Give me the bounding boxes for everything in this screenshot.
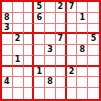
cell-r6c6-empty[interactable] — [56, 56, 67, 67]
cell-r1c1-empty[interactable] — [2, 2, 13, 13]
cell-r6c8-empty[interactable] — [77, 56, 88, 67]
cell-r2c3-empty[interactable] — [24, 13, 35, 24]
cell-r2c7-empty[interactable] — [67, 13, 78, 24]
cell-r8c7-empty[interactable] — [67, 77, 78, 88]
cell-r5c2-empty[interactable] — [13, 45, 24, 56]
cell-r8c4-empty[interactable] — [34, 77, 45, 88]
cell-r5c6-empty[interactable] — [56, 45, 67, 56]
cell-r3c8-empty[interactable] — [77, 24, 88, 35]
cell-r1c5-empty[interactable] — [45, 2, 56, 13]
cell-r4c1-empty[interactable] — [2, 34, 13, 45]
cell-r2c9-empty[interactable] — [88, 13, 99, 24]
cell-r4c9-given[interactable]: 5 — [88, 34, 99, 45]
cell-r3c5-empty[interactable] — [45, 24, 56, 35]
cell-r6c5-empty[interactable] — [45, 56, 56, 67]
cell-r5c9-empty[interactable] — [88, 45, 99, 56]
cell-r1c6-given[interactable]: 2 — [56, 2, 67, 13]
cell-r9c1-empty[interactable] — [2, 88, 13, 99]
cell-r7c5-empty[interactable] — [45, 67, 56, 78]
cell-r3c1-given[interactable]: 3 — [2, 24, 13, 35]
cell-r3c6-empty[interactable] — [56, 24, 67, 35]
cell-r7c6-empty[interactable] — [56, 67, 67, 78]
cell-r7c7-given[interactable]: 2 — [67, 67, 78, 78]
cell-r4c2-given[interactable]: 2 — [13, 34, 24, 45]
cell-r5c7-empty[interactable] — [67, 45, 78, 56]
cell-r5c1-empty[interactable] — [2, 45, 13, 56]
cell-r3c7-empty[interactable] — [67, 24, 78, 35]
cell-r7c9-empty[interactable] — [88, 67, 99, 78]
cell-r9c6-empty[interactable] — [56, 88, 67, 99]
cell-r2c2-empty[interactable] — [13, 13, 24, 24]
cell-r8c6-empty[interactable] — [56, 77, 67, 88]
cell-r3c3-empty[interactable] — [24, 24, 35, 35]
cell-r6c2-given[interactable]: 1 — [13, 56, 24, 67]
cell-r8c5-given[interactable]: 8 — [45, 77, 56, 88]
cell-r7c2-empty[interactable] — [13, 67, 24, 78]
cell-r9c3-empty[interactable] — [24, 88, 35, 99]
cell-r9c4-empty[interactable] — [34, 88, 45, 99]
cell-r3c2-empty[interactable] — [13, 24, 24, 35]
cell-r6c3-empty[interactable] — [24, 56, 35, 67]
cell-r7c1-empty[interactable] — [2, 67, 13, 78]
cell-r8c8-empty[interactable] — [77, 77, 88, 88]
cell-r9c2-empty[interactable] — [13, 88, 24, 99]
cell-r4c7-empty[interactable] — [67, 34, 78, 45]
cell-r1c4-given[interactable]: 5 — [34, 2, 45, 13]
cell-r9c7-empty[interactable] — [67, 88, 78, 99]
cell-r4c4-empty[interactable] — [34, 34, 45, 45]
cell-r5c3-empty[interactable] — [24, 45, 35, 56]
cell-r8c1-given[interactable]: 4 — [2, 77, 13, 88]
cell-r2c8-given[interactable]: 1 — [77, 13, 88, 24]
cell-r1c8-empty[interactable] — [77, 2, 88, 13]
cell-r4c8-empty[interactable] — [77, 34, 88, 45]
cell-r2c4-given[interactable]: 6 — [34, 13, 45, 24]
cell-r6c7-empty[interactable] — [67, 56, 78, 67]
cell-r9c8-empty[interactable] — [77, 88, 88, 99]
cell-r9c5-empty[interactable] — [45, 88, 56, 99]
cell-r4c6-given[interactable]: 7 — [56, 34, 67, 45]
cell-r2c5-empty[interactable] — [45, 13, 56, 24]
cell-r4c5-empty[interactable] — [45, 34, 56, 45]
cell-r7c3-empty[interactable] — [24, 67, 35, 78]
cell-r3c9-empty[interactable] — [88, 24, 99, 35]
cell-r1c7-given[interactable]: 7 — [67, 2, 78, 13]
cell-r6c4-empty[interactable] — [34, 56, 45, 67]
cell-r8c9-empty[interactable] — [88, 77, 99, 88]
cell-r2c1-given[interactable]: 8 — [2, 13, 13, 24]
cell-r9c9-empty[interactable] — [88, 88, 99, 99]
cell-r8c2-empty[interactable] — [13, 77, 24, 88]
cell-r1c2-empty[interactable] — [13, 2, 24, 13]
sudoku-board: 52786132753811248 — [0, 0, 101, 101]
cell-r7c8-empty[interactable] — [77, 67, 88, 78]
cell-r4c3-empty[interactable] — [24, 34, 35, 45]
cell-r2c6-empty[interactable] — [56, 13, 67, 24]
cell-r6c9-empty[interactable] — [88, 56, 99, 67]
cell-r5c8-given[interactable]: 8 — [77, 45, 88, 56]
cell-r3c4-empty[interactable] — [34, 24, 45, 35]
cell-r6c1-empty[interactable] — [2, 56, 13, 67]
cell-r5c4-empty[interactable] — [34, 45, 45, 56]
cell-r1c3-empty[interactable] — [24, 2, 35, 13]
cell-r5c5-given[interactable]: 3 — [45, 45, 56, 56]
cell-r8c3-empty[interactable] — [24, 77, 35, 88]
cell-r1c9-empty[interactable] — [88, 2, 99, 13]
cell-r7c4-given[interactable]: 1 — [34, 67, 45, 78]
